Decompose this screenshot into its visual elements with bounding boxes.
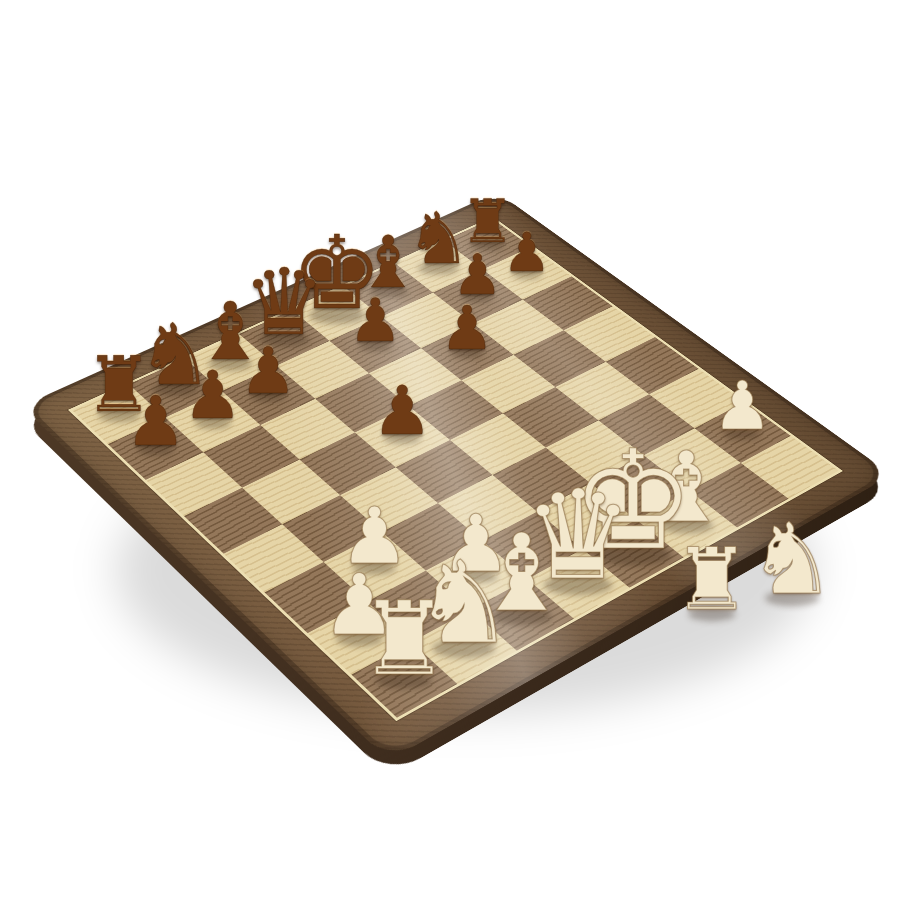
piece-white-r-a1[interactable]: ♜ — [359, 590, 450, 692]
piece-black-p-h7[interactable]: ♟ — [503, 226, 551, 280]
piece-black-p-c7[interactable]: ♟ — [239, 339, 296, 403]
product-photo-scene: ♜♞♝♛♚♝♞♜♟♟♟♟♟♟♟♟♟♟♟♟♜♞♝♛♚♝♜♞ — [0, 0, 910, 910]
square-a4[interactable] — [224, 524, 324, 592]
piece-black-p-f6[interactable]: ♟ — [440, 298, 494, 358]
piece-white-r-offboard-1[interactable]: ♜ — [673, 536, 750, 622]
piece-black-p-e7[interactable]: ♟ — [348, 292, 402, 352]
square-a6[interactable] — [145, 452, 242, 516]
piece-white-n-offboard-2[interactable]: ♞ — [748, 510, 836, 608]
square-a5[interactable] — [184, 487, 283, 553]
piece-black-p-b7[interactable]: ♟ — [183, 363, 242, 429]
square-h1[interactable] — [740, 436, 838, 499]
piece-black-p-d5[interactable]: ♟ — [372, 377, 432, 444]
piece-black-p-a7[interactable]: ♟ — [125, 388, 186, 456]
square-b5[interactable] — [242, 460, 339, 525]
